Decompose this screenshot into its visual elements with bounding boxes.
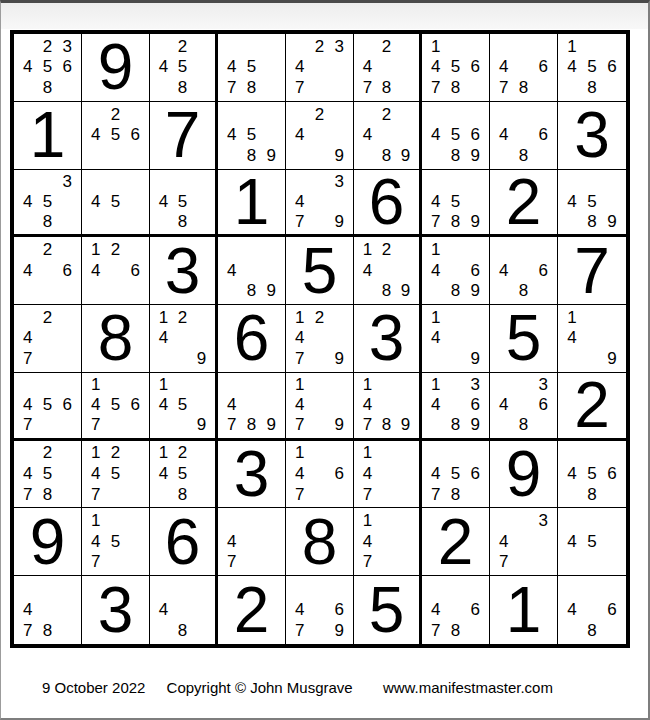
candidate-empty <box>329 443 349 464</box>
candidate-empty <box>86 145 106 166</box>
candidate-empty <box>125 552 145 573</box>
cell-r7c3[interactable]: 12458 <box>150 441 218 509</box>
candidate-grid: 14568 <box>562 36 622 98</box>
cell-r9c6[interactable]: 5 <box>354 576 422 644</box>
cell-r1c4[interactable]: 4578 <box>218 34 286 102</box>
candidate-digit-8: 8 <box>173 211 192 231</box>
candidate-empty <box>261 36 281 57</box>
cell-r1c2[interactable]: 9 <box>82 34 150 102</box>
candidate-empty <box>494 281 514 302</box>
candidate-empty <box>18 36 38 57</box>
candidate-empty <box>125 484 145 505</box>
candidate-digit-8: 8 <box>446 415 466 435</box>
candidate-digit-6: 6 <box>465 599 485 620</box>
cell-r4c8[interactable]: 468 <box>490 237 558 305</box>
cell-r8c5[interactable]: 8 <box>286 508 354 576</box>
candidate-grid: 4568 <box>562 443 622 505</box>
cell-r2c7[interactable]: 45689 <box>422 102 490 170</box>
cell-r7c9[interactable]: 4568 <box>558 441 626 509</box>
cell-r3c2[interactable]: 45 <box>82 170 150 238</box>
candidate-digit-7: 7 <box>426 620 446 641</box>
candidate-digit-7: 7 <box>86 484 106 505</box>
candidate-digit-3: 3 <box>533 510 553 531</box>
candidate-digit-4: 4 <box>222 260 242 281</box>
cell-r1c8[interactable]: 4678 <box>490 34 558 102</box>
candidate-digit-5: 5 <box>446 463 466 484</box>
candidate-digit-7: 7 <box>86 552 106 573</box>
candidate-digit-6: 6 <box>533 395 553 415</box>
candidate-empty <box>57 415 77 435</box>
candidate-grid: 1459 <box>154 375 211 435</box>
cell-r9c4[interactable]: 2 <box>218 576 286 644</box>
candidate-digit-5: 5 <box>106 124 126 145</box>
candidate-empty <box>222 36 242 57</box>
cell-r5c3[interactable]: 1249 <box>150 305 218 373</box>
candidate-empty <box>192 307 211 328</box>
candidate-empty <box>310 463 330 484</box>
cell-r2c9[interactable]: 3 <box>558 102 626 170</box>
candidate-empty <box>602 172 622 192</box>
candidate-digit-7: 7 <box>222 77 242 98</box>
candidate-empty <box>192 395 211 415</box>
candidate-empty <box>290 172 310 192</box>
candidate-empty <box>86 104 106 125</box>
candidate-digit-3: 3 <box>57 36 77 57</box>
candidate-digit-9: 9 <box>192 348 211 369</box>
candidate-empty <box>562 348 582 369</box>
candidate-empty <box>242 36 262 57</box>
cell-r1c3[interactable]: 2458 <box>150 34 218 102</box>
candidate-empty <box>57 443 77 464</box>
candidate-grid: 478 <box>18 578 77 641</box>
cell-r8c2[interactable]: 1457 <box>82 508 150 576</box>
candidate-empty <box>57 484 77 505</box>
candidate-empty <box>446 599 466 620</box>
cell-r7c7[interactable]: 45678 <box>422 441 490 509</box>
candidate-empty <box>57 328 77 349</box>
candidate-digit-4: 4 <box>86 531 106 552</box>
candidate-digit-4: 4 <box>562 531 582 552</box>
candidate-digit-1: 1 <box>86 443 106 464</box>
solved-digit: 8 <box>286 508 353 575</box>
candidate-digit-9: 9 <box>465 211 485 231</box>
candidate-empty <box>602 77 622 98</box>
cell-r5c8[interactable]: 5 <box>490 305 558 373</box>
candidate-digit-1: 1 <box>426 239 446 260</box>
cell-r3c6[interactable]: 6 <box>354 170 422 238</box>
candidate-empty <box>582 510 602 531</box>
cell-r5c7[interactable]: 149 <box>422 305 490 373</box>
candidate-grid: 3479 <box>290 172 349 232</box>
cell-r5c2[interactable]: 8 <box>82 305 150 373</box>
candidate-digit-8: 8 <box>446 281 466 302</box>
cell-r2c1[interactable]: 1 <box>14 102 82 170</box>
candidate-empty <box>582 36 602 57</box>
cell-r6c1[interactable]: 4567 <box>14 373 82 441</box>
cell-r5c9[interactable]: 149 <box>558 305 626 373</box>
candidate-digit-1: 1 <box>562 307 582 328</box>
candidate-empty <box>192 578 211 599</box>
candidate-empty <box>494 36 514 57</box>
candidate-empty <box>38 415 58 435</box>
cell-r5c6[interactable]: 3 <box>354 305 422 373</box>
candidate-digit-4: 4 <box>562 191 582 211</box>
cell-r7c6[interactable]: 147 <box>354 441 422 509</box>
cell-r4c6[interactable]: 12489 <box>354 237 422 305</box>
candidate-grid: 14567 <box>86 375 145 435</box>
candidate-empty <box>310 57 330 78</box>
cell-r7c4[interactable]: 3 <box>218 441 286 509</box>
solved-digit: 1 <box>490 576 557 644</box>
candidate-empty <box>377 531 396 552</box>
cell-r3c3[interactable]: 458 <box>150 170 218 238</box>
candidate-digit-8: 8 <box>514 77 534 98</box>
candidate-empty <box>106 375 126 395</box>
cell-r9c2[interactable]: 3 <box>82 576 150 644</box>
candidate-empty <box>446 307 466 328</box>
header-band <box>1 3 648 29</box>
cell-r8c8[interactable]: 347 <box>490 508 558 576</box>
candidate-empty <box>396 260 415 281</box>
candidate-digit-1: 1 <box>86 239 106 260</box>
cell-r7c2[interactable]: 12457 <box>82 441 150 509</box>
candidate-empty <box>533 104 553 125</box>
candidate-empty <box>465 443 485 464</box>
cell-r8c7[interactable]: 2 <box>422 508 490 576</box>
cell-r7c5[interactable]: 1467 <box>286 441 354 509</box>
candidate-empty <box>602 36 622 57</box>
candidate-digit-4: 4 <box>222 395 242 415</box>
candidate-empty <box>261 552 281 573</box>
candidate-digit-4: 4 <box>222 124 242 145</box>
candidate-digit-9: 9 <box>261 145 281 166</box>
candidate-digit-5: 5 <box>582 463 602 484</box>
candidate-digit-2: 2 <box>106 443 126 464</box>
candidate-digit-7: 7 <box>290 620 310 641</box>
candidate-empty <box>173 578 192 599</box>
cell-r2c8[interactable]: 468 <box>490 102 558 170</box>
candidate-empty <box>38 260 58 281</box>
candidate-digit-4: 4 <box>494 531 514 552</box>
candidate-empty <box>86 172 106 192</box>
candidate-grid: 1249 <box>154 307 211 369</box>
candidate-empty <box>38 578 58 599</box>
candidate-digit-3: 3 <box>329 172 349 192</box>
candidate-empty <box>426 104 446 125</box>
cell-r3c7[interactable]: 45789 <box>422 170 490 238</box>
candidate-empty <box>329 57 349 78</box>
cell-r6c2[interactable]: 14567 <box>82 373 150 441</box>
candidate-digit-6: 6 <box>465 124 485 145</box>
cell-r3c1[interactable]: 3458 <box>14 170 82 238</box>
candidate-digit-9: 9 <box>602 211 622 231</box>
footer-website: www.manifestmaster.com <box>383 679 553 696</box>
candidate-empty <box>426 443 446 464</box>
candidate-digit-6: 6 <box>329 599 349 620</box>
candidate-grid: 2489 <box>358 104 415 166</box>
candidate-grid: 149 <box>562 307 622 369</box>
cell-r1c5[interactable]: 2347 <box>286 34 354 102</box>
candidate-digit-8: 8 <box>38 211 58 231</box>
candidate-empty <box>396 552 415 573</box>
candidate-empty <box>154 620 173 641</box>
cell-r1c9[interactable]: 14568 <box>558 34 626 102</box>
candidate-empty <box>396 463 415 484</box>
candidate-grid: 45678 <box>426 443 485 505</box>
cell-r9c7[interactable]: 4678 <box>422 576 490 644</box>
solved-digit: 1 <box>218 170 285 235</box>
candidate-empty <box>465 239 485 260</box>
candidate-digit-7: 7 <box>494 552 514 573</box>
candidate-empty <box>329 328 349 349</box>
candidate-empty <box>465 172 485 192</box>
candidate-digit-4: 4 <box>426 599 446 620</box>
candidate-empty <box>533 145 553 166</box>
cell-r5c4[interactable]: 6 <box>218 305 286 373</box>
cell-r8c9[interactable]: 45 <box>558 508 626 576</box>
cell-r2c5[interactable]: 249 <box>286 102 354 170</box>
candidate-digit-6: 6 <box>465 395 485 415</box>
candidate-empty <box>465 77 485 98</box>
cell-r4c3[interactable]: 3 <box>150 237 218 305</box>
cell-r9c3[interactable]: 48 <box>150 576 218 644</box>
cell-r2c2[interactable]: 2456 <box>82 102 150 170</box>
candidate-grid: 147 <box>358 510 415 572</box>
candidate-empty <box>514 124 534 145</box>
candidate-empty <box>494 510 514 531</box>
candidate-digit-4: 4 <box>358 463 377 484</box>
candidate-digit-4: 4 <box>290 395 310 415</box>
candidate-digit-2: 2 <box>38 307 58 328</box>
candidate-grid: 468 <box>494 239 553 301</box>
candidate-empty <box>18 239 38 260</box>
candidate-empty <box>173 599 192 620</box>
candidate-empty <box>125 415 145 435</box>
candidate-digit-2: 2 <box>377 104 396 125</box>
cell-r6c3[interactable]: 1459 <box>150 373 218 441</box>
candidate-digit-6: 6 <box>57 395 77 415</box>
candidate-digit-8: 8 <box>446 77 466 98</box>
candidate-empty <box>192 463 211 484</box>
candidate-empty <box>396 239 415 260</box>
candidate-empty <box>106 484 126 505</box>
candidate-empty <box>106 510 126 531</box>
candidate-digit-5: 5 <box>38 57 58 78</box>
candidate-grid: 12458 <box>154 443 211 505</box>
candidate-digit-9: 9 <box>465 145 485 166</box>
candidate-empty <box>377 443 396 464</box>
candidate-grid: 14789 <box>358 375 415 435</box>
candidate-empty <box>465 484 485 505</box>
candidate-digit-8: 8 <box>514 415 534 435</box>
candidate-empty <box>125 191 145 211</box>
candidate-digit-7: 7 <box>290 415 310 435</box>
candidate-empty <box>446 348 466 369</box>
candidate-empty <box>358 281 377 302</box>
candidate-empty <box>582 443 602 464</box>
cell-r4c2[interactable]: 1246 <box>82 237 150 305</box>
candidate-digit-8: 8 <box>582 211 602 231</box>
candidate-empty <box>38 599 58 620</box>
candidate-empty <box>310 599 330 620</box>
candidate-empty <box>242 104 262 125</box>
cell-r9c1[interactable]: 478 <box>14 576 82 644</box>
candidate-empty <box>533 552 553 573</box>
cell-r8c6[interactable]: 147 <box>354 508 422 576</box>
candidate-grid: 45 <box>562 510 622 572</box>
candidate-empty <box>533 531 553 552</box>
candidate-digit-5: 5 <box>173 57 192 78</box>
candidate-digit-4: 4 <box>562 463 582 484</box>
cell-r5c5[interactable]: 12479 <box>286 305 354 373</box>
cell-r3c4[interactable]: 1 <box>218 170 286 238</box>
candidate-grid: 234568 <box>18 36 77 98</box>
cell-r4c5[interactable]: 5 <box>286 237 354 305</box>
candidate-empty <box>173 172 192 192</box>
solved-digit: 5 <box>490 305 557 372</box>
candidate-digit-7: 7 <box>290 77 310 98</box>
candidate-digit-8: 8 <box>242 281 262 302</box>
candidate-empty <box>106 552 126 573</box>
candidate-empty <box>465 328 485 349</box>
candidate-empty <box>38 348 58 369</box>
candidate-digit-7: 7 <box>494 77 514 98</box>
candidate-empty <box>192 191 211 211</box>
candidate-digit-8: 8 <box>377 145 396 166</box>
candidate-empty <box>173 328 192 349</box>
cell-r7c1[interactable]: 24578 <box>14 441 82 509</box>
candidate-empty <box>377 124 396 145</box>
cell-r8c1[interactable]: 9 <box>14 508 82 576</box>
candidate-digit-4: 4 <box>562 57 582 78</box>
solved-digit: 3 <box>354 305 419 372</box>
cell-r8c4[interactable]: 47 <box>218 508 286 576</box>
candidate-empty <box>57 211 77 231</box>
candidate-digit-1: 1 <box>86 375 106 395</box>
cell-r2c4[interactable]: 4589 <box>218 102 286 170</box>
cell-r8c3[interactable]: 6 <box>150 508 218 576</box>
cell-r3c5[interactable]: 3479 <box>286 170 354 238</box>
cell-r4c1[interactable]: 246 <box>14 237 82 305</box>
cell-r1c6[interactable]: 2478 <box>354 34 422 102</box>
solved-digit: 2 <box>558 373 626 438</box>
candidate-empty <box>494 104 514 125</box>
candidate-digit-6: 6 <box>329 463 349 484</box>
cell-r5c1[interactable]: 247 <box>14 305 82 373</box>
candidate-empty <box>57 239 77 260</box>
candidate-digit-4: 4 <box>290 463 310 484</box>
solved-digit: 7 <box>558 237 626 304</box>
candidate-digit-8: 8 <box>446 484 466 505</box>
candidate-digit-4: 4 <box>358 57 377 78</box>
candidate-digit-9: 9 <box>396 281 415 302</box>
cell-r1c1[interactable]: 234568 <box>14 34 82 102</box>
cell-r6c8[interactable]: 3468 <box>490 373 558 441</box>
candidate-empty <box>154 484 173 505</box>
candidate-digit-4: 4 <box>18 260 38 281</box>
cell-r6c6[interactable]: 14789 <box>354 373 422 441</box>
cell-r6c7[interactable]: 134689 <box>422 373 490 441</box>
candidate-empty <box>261 77 281 98</box>
candidate-empty <box>446 395 466 415</box>
candidate-digit-3: 3 <box>329 36 349 57</box>
candidate-grid: 347 <box>494 510 553 572</box>
candidate-digit-7: 7 <box>290 211 310 231</box>
candidate-grid: 1479 <box>290 375 349 435</box>
candidate-digit-2: 2 <box>106 239 126 260</box>
candidate-grid: 24578 <box>18 443 77 505</box>
candidate-empty <box>18 307 38 328</box>
cell-r3c9[interactable]: 4589 <box>558 170 626 238</box>
candidate-empty <box>377 395 396 415</box>
candidate-digit-6: 6 <box>57 260 77 281</box>
cell-r2c3[interactable]: 7 <box>150 102 218 170</box>
candidate-grid: 12479 <box>290 307 349 369</box>
candidate-digit-4: 4 <box>18 191 38 211</box>
candidate-digit-2: 2 <box>310 36 330 57</box>
cell-r1c7[interactable]: 145678 <box>422 34 490 102</box>
candidate-empty <box>310 415 330 435</box>
candidate-empty <box>533 36 553 57</box>
candidate-empty <box>18 77 38 98</box>
candidate-digit-3: 3 <box>57 172 77 192</box>
candidate-digit-4: 4 <box>494 260 514 281</box>
candidate-empty <box>396 36 415 57</box>
candidate-grid: 468 <box>562 578 622 641</box>
candidate-digit-2: 2 <box>38 36 58 57</box>
candidate-digit-5: 5 <box>242 57 262 78</box>
cell-r7c8[interactable]: 9 <box>490 441 558 509</box>
candidate-empty <box>494 415 514 435</box>
candidate-empty <box>329 578 349 599</box>
candidate-empty <box>222 375 242 395</box>
candidate-empty <box>426 172 446 192</box>
candidate-digit-8: 8 <box>173 484 192 505</box>
candidate-empty <box>329 484 349 505</box>
cell-r4c7[interactable]: 14689 <box>422 237 490 305</box>
cell-r6c9[interactable]: 2 <box>558 373 626 441</box>
cell-r6c5[interactable]: 1479 <box>286 373 354 441</box>
candidate-grid: 4567 <box>18 375 77 435</box>
cell-r4c4[interactable]: 489 <box>218 237 286 305</box>
cell-r9c8[interactable]: 1 <box>490 576 558 644</box>
cell-r9c9[interactable]: 468 <box>558 576 626 644</box>
candidate-empty <box>242 375 262 395</box>
cell-r4c9[interactable]: 7 <box>558 237 626 305</box>
candidate-empty <box>57 77 77 98</box>
candidate-digit-6: 6 <box>125 395 145 415</box>
candidate-empty <box>106 281 126 302</box>
candidate-empty <box>192 57 211 78</box>
candidate-digit-4: 4 <box>86 260 106 281</box>
cell-r2c6[interactable]: 2489 <box>354 102 422 170</box>
solved-digit: 3 <box>82 576 149 644</box>
candidate-digit-9: 9 <box>329 620 349 641</box>
candidate-digit-5: 5 <box>582 191 602 211</box>
cell-r6c4[interactable]: 4789 <box>218 373 286 441</box>
candidate-empty <box>514 395 534 415</box>
candidate-empty <box>329 124 349 145</box>
candidate-empty <box>242 395 262 415</box>
cell-r3c8[interactable]: 2 <box>490 170 558 238</box>
candidate-empty <box>57 375 77 395</box>
candidate-empty <box>125 463 145 484</box>
candidate-empty <box>396 443 415 464</box>
candidate-empty <box>465 191 485 211</box>
candidate-digit-8: 8 <box>173 620 192 641</box>
cell-r9c5[interactable]: 4679 <box>286 576 354 644</box>
candidate-digit-4: 4 <box>426 191 446 211</box>
